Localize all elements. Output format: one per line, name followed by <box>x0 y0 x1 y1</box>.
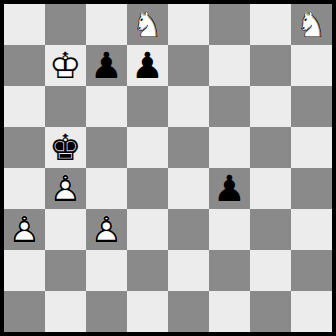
square-c2[interactable] <box>86 250 127 291</box>
square-d7[interactable]: ♟ <box>127 45 168 86</box>
square-e5[interactable] <box>168 127 209 168</box>
square-b6[interactable] <box>45 86 86 127</box>
square-b7[interactable]: ♚♔ <box>45 45 86 86</box>
square-d1[interactable] <box>127 291 168 332</box>
piece-white-pawn: ♙ <box>4 209 45 250</box>
square-a1[interactable] <box>4 291 45 332</box>
piece-fill-white-pawn: ♟ <box>45 168 86 209</box>
piece-black-pawn: ♟ <box>209 168 250 209</box>
square-a2[interactable] <box>4 250 45 291</box>
piece-fill-white-knight: ♞ <box>291 4 332 45</box>
piece-fill-white-pawn: ♟ <box>4 209 45 250</box>
square-c3[interactable]: ♟♙ <box>86 209 127 250</box>
square-b5[interactable]: ♚ <box>45 127 86 168</box>
piece-white-pawn: ♙ <box>86 209 127 250</box>
piece-fill-white-knight: ♞ <box>127 4 168 45</box>
square-f6[interactable] <box>209 86 250 127</box>
square-g8[interactable] <box>250 4 291 45</box>
square-e3[interactable] <box>168 209 209 250</box>
square-h7[interactable] <box>291 45 332 86</box>
piece-black-pawn: ♟ <box>127 45 168 86</box>
square-c4[interactable] <box>86 168 127 209</box>
piece-black-king: ♚ <box>45 127 86 168</box>
square-f3[interactable] <box>209 209 250 250</box>
square-a6[interactable] <box>4 86 45 127</box>
square-f2[interactable] <box>209 250 250 291</box>
square-g4[interactable] <box>250 168 291 209</box>
square-c8[interactable] <box>86 4 127 45</box>
square-h6[interactable] <box>291 86 332 127</box>
piece-black-pawn: ♟ <box>86 45 127 86</box>
square-a8[interactable] <box>4 4 45 45</box>
square-b8[interactable] <box>45 4 86 45</box>
square-b2[interactable] <box>45 250 86 291</box>
square-h2[interactable] <box>291 250 332 291</box>
square-f5[interactable] <box>209 127 250 168</box>
chess-board-frame: ♞♘♞♘♚♔♟♟♚♟♙♟♟♙♟♙ <box>0 0 336 336</box>
square-a4[interactable] <box>4 168 45 209</box>
piece-white-knight: ♘ <box>291 4 332 45</box>
square-e2[interactable] <box>168 250 209 291</box>
square-d5[interactable] <box>127 127 168 168</box>
piece-white-king: ♔ <box>45 45 86 86</box>
square-a7[interactable] <box>4 45 45 86</box>
square-g6[interactable] <box>250 86 291 127</box>
square-f8[interactable] <box>209 4 250 45</box>
square-h1[interactable] <box>291 291 332 332</box>
piece-white-pawn: ♙ <box>45 168 86 209</box>
square-d3[interactable] <box>127 209 168 250</box>
square-e1[interactable] <box>168 291 209 332</box>
square-c5[interactable] <box>86 127 127 168</box>
square-f1[interactable] <box>209 291 250 332</box>
square-b4[interactable]: ♟♙ <box>45 168 86 209</box>
square-e8[interactable] <box>168 4 209 45</box>
square-a3[interactable]: ♟♙ <box>4 209 45 250</box>
square-b3[interactable] <box>45 209 86 250</box>
square-c1[interactable] <box>86 291 127 332</box>
square-g1[interactable] <box>250 291 291 332</box>
square-d4[interactable] <box>127 168 168 209</box>
square-g5[interactable] <box>250 127 291 168</box>
square-a5[interactable] <box>4 127 45 168</box>
piece-white-knight: ♘ <box>127 4 168 45</box>
square-h8[interactable]: ♞♘ <box>291 4 332 45</box>
chess-board: ♞♘♞♘♚♔♟♟♚♟♙♟♟♙♟♙ <box>4 4 332 332</box>
piece-fill-white-pawn: ♟ <box>86 209 127 250</box>
square-h5[interactable] <box>291 127 332 168</box>
square-e4[interactable] <box>168 168 209 209</box>
square-d2[interactable] <box>127 250 168 291</box>
square-f4[interactable]: ♟ <box>209 168 250 209</box>
square-c6[interactable] <box>86 86 127 127</box>
square-h3[interactable] <box>291 209 332 250</box>
square-h4[interactable] <box>291 168 332 209</box>
square-b1[interactable] <box>45 291 86 332</box>
square-d8[interactable]: ♞♘ <box>127 4 168 45</box>
square-d6[interactable] <box>127 86 168 127</box>
square-f7[interactable] <box>209 45 250 86</box>
square-g2[interactable] <box>250 250 291 291</box>
square-g7[interactable] <box>250 45 291 86</box>
square-e7[interactable] <box>168 45 209 86</box>
square-e6[interactable] <box>168 86 209 127</box>
square-g3[interactable] <box>250 209 291 250</box>
square-c7[interactable]: ♟ <box>86 45 127 86</box>
piece-fill-white-king: ♚ <box>45 45 86 86</box>
